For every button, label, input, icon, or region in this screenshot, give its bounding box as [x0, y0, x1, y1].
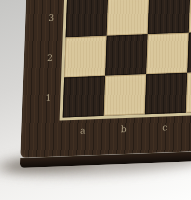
chess-board: 12345678abcdefgh — [0, 0, 191, 168]
file-label-c: c — [144, 121, 185, 135]
square-a3[interactable] — [66, 0, 109, 37]
square-b3[interactable] — [107, 0, 150, 36]
square-c2[interactable] — [146, 33, 189, 75]
square-d1[interactable] — [186, 71, 191, 113]
playing-field — [60, 0, 191, 121]
photo-scene: 12345678abcdefgh — [0, 0, 191, 200]
square-d3[interactable] — [189, 0, 191, 33]
square-a2[interactable] — [64, 36, 107, 78]
file-label-a: a — [62, 124, 103, 138]
square-b2[interactable] — [105, 34, 148, 76]
squares-grid — [63, 0, 191, 117]
file-label-d: d — [185, 119, 191, 133]
rank-label-2: 2 — [40, 52, 60, 65]
square-c3[interactable] — [148, 0, 191, 34]
square-b1[interactable] — [104, 74, 147, 116]
square-d2[interactable] — [187, 31, 191, 73]
file-label-b: b — [103, 122, 144, 136]
board-frame: 12345678abcdefgh — [20, 0, 191, 158]
square-a1[interactable] — [63, 76, 106, 118]
rank-label-1: 1 — [38, 92, 58, 105]
rank-label-3: 3 — [41, 12, 61, 25]
square-c1[interactable] — [145, 73, 188, 115]
